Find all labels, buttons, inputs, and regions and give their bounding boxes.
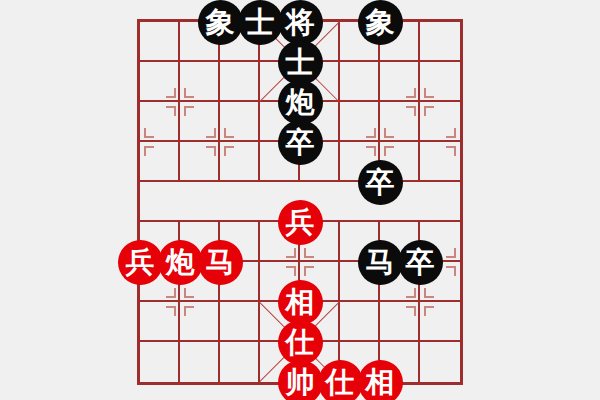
point-marker	[366, 128, 376, 138]
point-marker	[406, 288, 416, 298]
red-advisor-piece[interactable]: 仕	[278, 320, 323, 365]
black-soldier-piece[interactable]: 卒	[398, 240, 443, 285]
point-marker	[406, 306, 416, 316]
point-marker	[446, 266, 456, 276]
point-marker	[184, 288, 194, 298]
red-horse-piece[interactable]: 马	[198, 240, 243, 285]
point-marker	[304, 248, 314, 258]
point-marker	[286, 248, 296, 258]
point-marker	[406, 106, 416, 116]
point-marker	[166, 306, 176, 316]
black-advisor-piece[interactable]: 士	[278, 40, 323, 85]
point-marker	[206, 128, 216, 138]
red-soldier-piece[interactable]: 兵	[278, 200, 323, 245]
red-cannon-piece[interactable]: 炮	[158, 240, 203, 285]
point-marker	[144, 146, 154, 156]
point-marker	[184, 306, 194, 316]
red-soldier-piece[interactable]: 兵	[118, 240, 163, 285]
point-marker	[184, 106, 194, 116]
point-marker	[166, 288, 176, 298]
point-marker	[184, 88, 194, 98]
black-soldier-piece[interactable]: 卒	[358, 160, 403, 205]
point-marker	[286, 266, 296, 276]
black-elephant-piece[interactable]: 象	[358, 0, 403, 45]
point-marker	[424, 88, 434, 98]
red-elephant-piece[interactable]: 相	[358, 360, 403, 400]
point-marker	[424, 106, 434, 116]
black-advisor-piece[interactable]: 士	[238, 0, 283, 45]
xiangqi-app-screen: 象士将象士炮卒卒兵兵炮马马卒相仕帅仕相	[0, 0, 600, 400]
point-marker	[224, 128, 234, 138]
point-marker	[446, 146, 456, 156]
red-general-piece[interactable]: 帅	[278, 360, 323, 400]
black-horse-piece[interactable]: 马	[358, 240, 403, 285]
point-marker	[304, 266, 314, 276]
black-elephant-piece[interactable]: 象	[198, 0, 243, 45]
red-elephant-piece[interactable]: 相	[278, 280, 323, 325]
black-general-piece[interactable]: 将	[278, 0, 323, 45]
red-advisor-piece[interactable]: 仕	[318, 360, 363, 400]
point-marker	[144, 128, 154, 138]
point-marker	[406, 88, 416, 98]
point-marker	[206, 146, 216, 156]
point-marker	[446, 128, 456, 138]
black-cannon-piece[interactable]: 炮	[278, 80, 323, 125]
point-marker	[166, 88, 176, 98]
point-marker	[366, 146, 376, 156]
point-marker	[424, 288, 434, 298]
point-marker	[424, 306, 434, 316]
point-marker	[384, 146, 394, 156]
point-marker	[446, 248, 456, 258]
black-soldier-piece[interactable]: 卒	[278, 120, 323, 165]
point-marker	[166, 106, 176, 116]
point-marker	[224, 146, 234, 156]
board-overlay: 象士将象士炮卒卒兵兵炮马马卒相仕帅仕相	[0, 0, 600, 400]
point-marker	[384, 128, 394, 138]
